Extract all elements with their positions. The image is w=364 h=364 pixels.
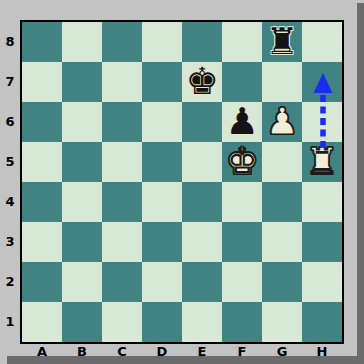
square-f7[interactable] [222,62,262,102]
square-h4[interactable] [302,182,342,222]
square-c3[interactable] [102,222,142,262]
square-a2[interactable] [22,262,62,302]
black-king[interactable]: ♚ [182,62,222,102]
square-g1[interactable] [262,302,302,342]
rank-label-5: 5 [0,142,20,182]
square-d1[interactable] [142,302,182,342]
square-c2[interactable] [102,262,142,302]
square-d8[interactable] [142,22,182,62]
frame-shadow-right [357,3,364,364]
square-g3[interactable] [262,222,302,262]
square-b7[interactable] [62,62,102,102]
square-a1[interactable] [22,302,62,342]
square-h8[interactable] [302,22,342,62]
square-a8[interactable] [22,22,62,62]
square-a4[interactable] [22,182,62,222]
square-h3[interactable] [302,222,342,262]
square-c6[interactable] [102,102,142,142]
square-b4[interactable] [62,182,102,222]
square-c4[interactable] [102,182,142,222]
black-rook[interactable]: ♜ [262,22,302,62]
square-g7[interactable] [262,62,302,102]
black-pawn[interactable]: ♟ [222,102,262,142]
square-a6[interactable] [22,102,62,142]
square-f6[interactable]: ♟ [222,102,262,142]
square-h6[interactable] [302,102,342,142]
rank-label-8: 8 [0,22,20,62]
square-e5[interactable] [182,142,222,182]
square-c1[interactable] [102,302,142,342]
file-label-a: A [22,344,62,360]
square-h2[interactable] [302,262,342,302]
square-h1[interactable] [302,302,342,342]
square-b5[interactable] [62,142,102,182]
square-e2[interactable] [182,262,222,302]
square-c7[interactable] [102,62,142,102]
rank-label-2: 2 [0,262,20,302]
square-g6[interactable]: ♟ [262,102,302,142]
square-e4[interactable] [182,182,222,222]
file-label-e: E [182,344,222,360]
square-f2[interactable] [222,262,262,302]
square-g2[interactable] [262,262,302,302]
square-e7[interactable]: ♚ [182,62,222,102]
square-d6[interactable] [142,102,182,142]
square-d2[interactable] [142,262,182,302]
square-a5[interactable] [22,142,62,182]
square-g4[interactable] [262,182,302,222]
square-g8[interactable]: ♜ [262,22,302,62]
chess-board: ♜♚♟♟♚♜ [20,20,344,344]
square-c8[interactable] [102,22,142,62]
square-e3[interactable] [182,222,222,262]
square-f4[interactable] [222,182,262,222]
square-f8[interactable] [222,22,262,62]
file-label-c: C [102,344,142,360]
square-b3[interactable] [62,222,102,262]
file-label-b: B [62,344,102,360]
file-label-g: G [262,344,302,360]
square-b2[interactable] [62,262,102,302]
rank-label-1: 1 [0,302,20,342]
square-b8[interactable] [62,22,102,62]
white-pawn[interactable]: ♟ [262,102,302,142]
square-d4[interactable] [142,182,182,222]
file-label-d: D [142,344,182,360]
file-label-f: F [222,344,262,360]
chess-diagram-frame: 87654321 ♜♚♟♟♚♜ ABCDEFGH [0,0,364,364]
square-d3[interactable] [142,222,182,262]
square-b1[interactable] [62,302,102,342]
white-king[interactable]: ♚ [222,142,262,182]
square-a3[interactable] [22,222,62,262]
square-h5[interactable]: ♜ [302,142,342,182]
file-labels: ABCDEFGH [22,344,342,360]
square-e1[interactable] [182,302,222,342]
square-e8[interactable] [182,22,222,62]
white-rook[interactable]: ♜ [302,142,342,182]
rank-label-3: 3 [0,222,20,262]
square-d7[interactable] [142,62,182,102]
square-f1[interactable] [222,302,262,342]
rank-labels: 87654321 [0,22,20,342]
square-h7[interactable] [302,62,342,102]
square-b6[interactable] [62,102,102,142]
square-e6[interactable] [182,102,222,142]
file-label-h: H [302,344,342,360]
square-g5[interactable] [262,142,302,182]
square-a7[interactable] [22,62,62,102]
square-f3[interactable] [222,222,262,262]
square-f5[interactable]: ♚ [222,142,262,182]
square-d5[interactable] [142,142,182,182]
rank-label-7: 7 [0,62,20,102]
square-c5[interactable] [102,142,142,182]
rank-label-4: 4 [0,182,20,222]
rank-label-6: 6 [0,102,20,142]
